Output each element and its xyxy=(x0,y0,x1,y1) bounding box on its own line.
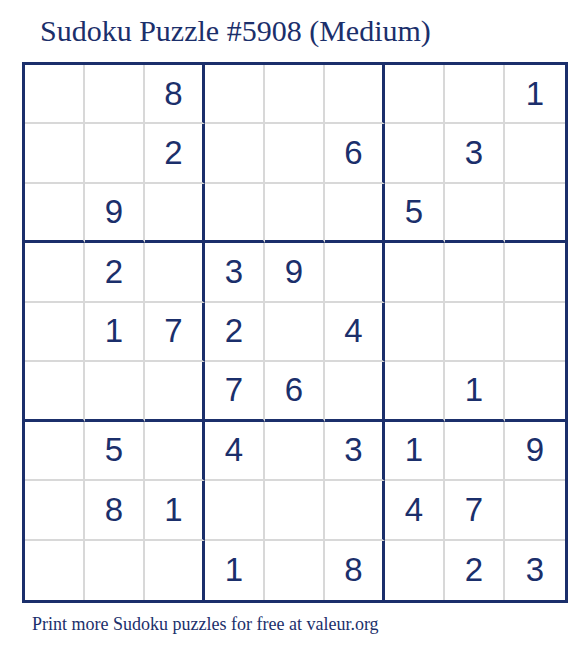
cell-r6c5: 6 xyxy=(265,362,325,421)
cell-r4c2: 2 xyxy=(85,243,145,302)
page: Sudoku Puzzle #5908 (Medium) 81263952391… xyxy=(0,0,574,651)
cell-r4c9 xyxy=(505,243,565,302)
cell-r4c1 xyxy=(25,243,85,302)
cell-r6c1 xyxy=(25,362,85,421)
cell-r2c4 xyxy=(205,124,265,183)
cell-r3c8 xyxy=(445,184,505,243)
cell-r2c7 xyxy=(385,124,445,183)
footer-text: Print more Sudoku puzzles for free at va… xyxy=(32,614,379,635)
cell-r6c3 xyxy=(145,362,205,421)
cell-r1c3: 8 xyxy=(145,65,205,124)
cell-r8c4 xyxy=(205,481,265,540)
cell-r7c6: 3 xyxy=(325,422,385,481)
cell-r8c9 xyxy=(505,481,565,540)
cell-r2c2 xyxy=(85,124,145,183)
cell-r5c7 xyxy=(385,303,445,362)
cell-r8c6 xyxy=(325,481,385,540)
cell-r8c1 xyxy=(25,481,85,540)
cell-r6c8: 1 xyxy=(445,362,505,421)
cell-r7c4: 4 xyxy=(205,422,265,481)
cell-r7c7: 1 xyxy=(385,422,445,481)
cell-r3c1 xyxy=(25,184,85,243)
cell-r3c7: 5 xyxy=(385,184,445,243)
cell-r7c1 xyxy=(25,422,85,481)
cell-r3c2: 9 xyxy=(85,184,145,243)
cell-r9c4: 1 xyxy=(205,541,265,600)
cell-r8c7: 4 xyxy=(385,481,445,540)
cell-r1c8 xyxy=(445,65,505,124)
cell-r5c9 xyxy=(505,303,565,362)
cell-r5c4: 2 xyxy=(205,303,265,362)
cell-r1c5 xyxy=(265,65,325,124)
cell-r1c7 xyxy=(385,65,445,124)
cell-r2c6: 6 xyxy=(325,124,385,183)
cell-r8c5 xyxy=(265,481,325,540)
cell-r3c3 xyxy=(145,184,205,243)
cell-r9c1 xyxy=(25,541,85,600)
cell-r9c5 xyxy=(265,541,325,600)
cell-r5c6: 4 xyxy=(325,303,385,362)
cell-r4c6 xyxy=(325,243,385,302)
cell-r1c9: 1 xyxy=(505,65,565,124)
cell-r6c6 xyxy=(325,362,385,421)
cell-r3c4 xyxy=(205,184,265,243)
cell-r1c2 xyxy=(85,65,145,124)
cell-r5c5 xyxy=(265,303,325,362)
cell-r6c9 xyxy=(505,362,565,421)
cell-r8c3: 1 xyxy=(145,481,205,540)
cell-r7c2: 5 xyxy=(85,422,145,481)
cell-r4c4: 3 xyxy=(205,243,265,302)
cell-r4c8 xyxy=(445,243,505,302)
cell-r9c6: 8 xyxy=(325,541,385,600)
cell-r4c7 xyxy=(385,243,445,302)
cell-r5c1 xyxy=(25,303,85,362)
cell-r7c5 xyxy=(265,422,325,481)
cell-r6c2 xyxy=(85,362,145,421)
cell-r1c6 xyxy=(325,65,385,124)
cell-r9c7 xyxy=(385,541,445,600)
cell-r7c9: 9 xyxy=(505,422,565,481)
cell-r8c8: 7 xyxy=(445,481,505,540)
cell-r2c9 xyxy=(505,124,565,183)
cell-r8c2: 8 xyxy=(85,481,145,540)
cell-r9c9: 3 xyxy=(505,541,565,600)
cell-r4c5: 9 xyxy=(265,243,325,302)
cell-r3c9 xyxy=(505,184,565,243)
cell-r6c7 xyxy=(385,362,445,421)
cell-r7c3 xyxy=(145,422,205,481)
cell-r2c8: 3 xyxy=(445,124,505,183)
cell-r3c5 xyxy=(265,184,325,243)
cell-r9c2 xyxy=(85,541,145,600)
cell-r1c1 xyxy=(25,65,85,124)
cell-r3c6 xyxy=(325,184,385,243)
cell-r4c3 xyxy=(145,243,205,302)
page-title: Sudoku Puzzle #5908 (Medium) xyxy=(40,13,431,49)
cell-r7c8 xyxy=(445,422,505,481)
cell-r5c3: 7 xyxy=(145,303,205,362)
cell-r2c5 xyxy=(265,124,325,183)
cell-r5c2: 1 xyxy=(85,303,145,362)
cell-r2c3: 2 xyxy=(145,124,205,183)
cell-r9c8: 2 xyxy=(445,541,505,600)
sudoku-board: 812639523917247615431981471823 xyxy=(22,62,568,603)
cell-r6c4: 7 xyxy=(205,362,265,421)
cell-r1c4 xyxy=(205,65,265,124)
cell-r2c1 xyxy=(25,124,85,183)
cell-r5c8 xyxy=(445,303,505,362)
cell-r9c3 xyxy=(145,541,205,600)
